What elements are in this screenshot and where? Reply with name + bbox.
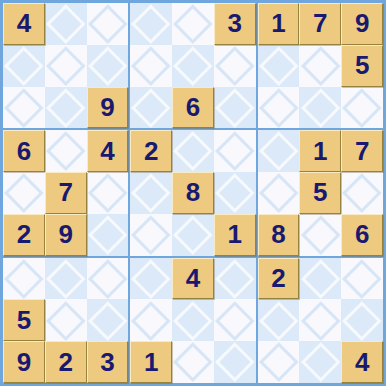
sudoku-cell-r6c3[interactable] [87,214,129,256]
sudoku-cell-r5c6[interactable] [214,172,256,214]
sudoku-cell-r2c6[interactable] [214,45,256,87]
empty-cell-diamond-mark [301,46,340,85]
sudoku-cell-r2c1[interactable] [3,45,45,87]
empty-cell-diamond-mark [132,173,171,212]
empty-cell-diamond-mark [46,46,85,85]
sudoku-cell-r3c7[interactable] [258,87,300,129]
sudoku-cell-r6c2: 9 [45,214,87,256]
sudoku-cell-r6c9: 6 [341,214,383,256]
sudoku-cell-r7c1[interactable] [3,258,45,300]
sudoku-cell-r9c7[interactable] [258,341,300,383]
sudoku-cell-r2c8[interactable] [299,45,341,87]
sudoku-cell-r8c2[interactable] [45,299,87,341]
empty-cell-diamond-mark [132,4,171,43]
sudoku-cell-r1c3[interactable] [87,3,129,45]
sudoku-box-5: 281 [130,130,255,255]
empty-cell-diamond-mark [132,46,171,85]
sudoku-cell-r1c1: 4 [3,3,45,45]
sudoku-cell-r7c2[interactable] [45,258,87,300]
sudoku-cell-r1c5[interactable] [172,3,214,45]
sudoku-cell-r8c1: 5 [3,299,45,341]
empty-cell-diamond-mark [4,46,43,85]
sudoku-cell-r6c1: 2 [3,214,45,256]
sudoku-cell-r8c4[interactable] [130,299,172,341]
sudoku-cell-r2c9: 5 [341,45,383,87]
sudoku-cell-r4c1: 6 [3,130,45,172]
empty-cell-diamond-mark [259,46,298,85]
empty-cell-diamond-mark [301,343,340,382]
sudoku-box-3: 1795 [258,3,383,128]
empty-cell-diamond-mark [343,173,382,212]
sudoku-cell-r4c8: 1 [299,130,341,172]
empty-cell-diamond-mark [46,132,85,171]
empty-cell-diamond-mark [4,173,43,212]
empty-cell-diamond-mark [132,88,171,127]
empty-cell-diamond-mark [173,215,212,254]
empty-cell-diamond-mark [215,173,254,212]
sudoku-box-1: 49 [3,3,128,128]
empty-cell-diamond-mark [132,259,171,298]
sudoku-box-7: 5923 [3,258,128,383]
empty-cell-diamond-mark [215,132,254,171]
sudoku-cell-r2c5[interactable] [172,45,214,87]
sudoku-cell-r2c2[interactable] [45,45,87,87]
sudoku-cell-r6c7: 8 [258,214,300,256]
sudoku-cell-r1c8: 7 [299,3,341,45]
sudoku-cell-r5c9[interactable] [341,172,383,214]
sudoku-cell-r4c2[interactable] [45,130,87,172]
sudoku-cell-r5c8: 5 [299,172,341,214]
empty-cell-diamond-mark [215,88,254,127]
empty-cell-diamond-mark [46,259,85,298]
empty-cell-diamond-mark [259,301,298,340]
sudoku-box-9: 24 [258,258,383,383]
empty-cell-diamond-mark [343,88,382,127]
sudoku-cell-r2c4[interactable] [130,45,172,87]
empty-cell-diamond-mark [343,259,382,298]
empty-cell-diamond-mark [343,301,382,340]
empty-cell-diamond-mark [88,4,127,43]
sudoku-box-8: 41 [130,258,255,383]
sudoku-cell-r4c6[interactable] [214,130,256,172]
sudoku-cell-r7c6[interactable] [214,258,256,300]
sudoku-box-4: 64729 [3,130,128,255]
sudoku-cell-r6c5[interactable] [172,214,214,256]
sudoku-cell-r3c3: 9 [87,87,129,129]
sudoku-cell-r8c6[interactable] [214,299,256,341]
empty-cell-diamond-mark [88,215,127,254]
empty-cell-diamond-mark [215,301,254,340]
empty-cell-diamond-mark [215,46,254,85]
sudoku-cell-r5c7[interactable] [258,172,300,214]
empty-cell-diamond-mark [173,301,212,340]
empty-cell-diamond-mark [132,215,171,254]
empty-cell-diamond-mark [173,132,212,171]
empty-cell-diamond-mark [301,88,340,127]
sudoku-cell-r3c6[interactable] [214,87,256,129]
sudoku-cell-r9c4: 1 [130,341,172,383]
empty-cell-diamond-mark [46,88,85,127]
empty-cell-diamond-mark [46,301,85,340]
sudoku-cell-r9c8[interactable] [299,341,341,383]
sudoku-cell-r5c1[interactable] [3,172,45,214]
empty-cell-diamond-mark [301,259,340,298]
sudoku-cell-r3c9[interactable] [341,87,383,129]
empty-cell-diamond-mark [215,259,254,298]
sudoku-cell-r5c3[interactable] [87,172,129,214]
sudoku-box-2: 36 [130,3,255,128]
empty-cell-diamond-mark [259,173,298,212]
sudoku-cell-r3c4[interactable] [130,87,172,129]
sudoku-cell-r5c5: 8 [172,172,214,214]
sudoku-cell-r6c8[interactable] [299,214,341,256]
empty-cell-diamond-mark [173,4,212,43]
sudoku-cell-r1c6: 3 [214,3,256,45]
sudoku-cell-r7c5: 4 [172,258,214,300]
sudoku-cell-r4c4: 2 [130,130,172,172]
sudoku-board: 49361795647292811758659234124 [0,0,386,386]
sudoku-cell-r1c2[interactable] [45,3,87,45]
empty-cell-diamond-mark [259,343,298,382]
empty-cell-diamond-mark [301,215,340,254]
sudoku-cell-r8c3[interactable] [87,299,129,341]
sudoku-cell-r9c6[interactable] [214,341,256,383]
empty-cell-diamond-mark [88,259,127,298]
empty-cell-diamond-mark [132,301,171,340]
empty-cell-diamond-mark [301,301,340,340]
sudoku-cell-r7c9[interactable] [341,258,383,300]
sudoku-box-6: 17586 [258,130,383,255]
empty-cell-diamond-mark [88,173,127,212]
sudoku-cell-r3c1[interactable] [3,87,45,129]
sudoku-cell-r7c3[interactable] [87,258,129,300]
sudoku-cell-r9c9: 4 [341,341,383,383]
empty-cell-diamond-mark [46,4,85,43]
sudoku-cell-r8c8[interactable] [299,299,341,341]
sudoku-cell-r4c5[interactable] [172,130,214,172]
sudoku-cell-r1c4[interactable] [130,3,172,45]
sudoku-cell-r8c7[interactable] [258,299,300,341]
sudoku-cell-r6c4[interactable] [130,214,172,256]
sudoku-cell-r1c9: 9 [341,3,383,45]
sudoku-cell-r3c8[interactable] [299,87,341,129]
sudoku-cell-r7c8[interactable] [299,258,341,300]
sudoku-cell-r3c5: 6 [172,87,214,129]
sudoku-cell-r7c7: 2 [258,258,300,300]
empty-cell-diamond-mark [88,46,127,85]
sudoku-cell-r8c5[interactable] [172,299,214,341]
sudoku-cell-r6c6: 1 [214,214,256,256]
sudoku-cell-r4c3: 4 [87,130,129,172]
empty-cell-diamond-mark [215,343,254,382]
sudoku-cell-r3c2[interactable] [45,87,87,129]
empty-cell-diamond-mark [173,46,212,85]
sudoku-cell-r2c7[interactable] [258,45,300,87]
sudoku-cell-r7c4[interactable] [130,258,172,300]
empty-cell-diamond-mark [173,343,212,382]
sudoku-cell-r9c1: 9 [3,341,45,383]
empty-cell-diamond-mark [4,88,43,127]
sudoku-cell-r5c2: 7 [45,172,87,214]
sudoku-cell-r9c5[interactable] [172,341,214,383]
empty-cell-diamond-mark [259,132,298,171]
empty-cell-diamond-mark [4,259,43,298]
sudoku-cell-r4c9: 7 [341,130,383,172]
sudoku-cell-r2c3[interactable] [87,45,129,87]
sudoku-cell-r1c7: 1 [258,3,300,45]
empty-cell-diamond-mark [259,88,298,127]
sudoku-cell-r8c9[interactable] [341,299,383,341]
sudoku-cell-r5c4[interactable] [130,172,172,214]
empty-cell-diamond-mark [88,301,127,340]
sudoku-cell-r9c2: 2 [45,341,87,383]
sudoku-cell-r9c3: 3 [87,341,129,383]
sudoku-cell-r4c7[interactable] [258,130,300,172]
